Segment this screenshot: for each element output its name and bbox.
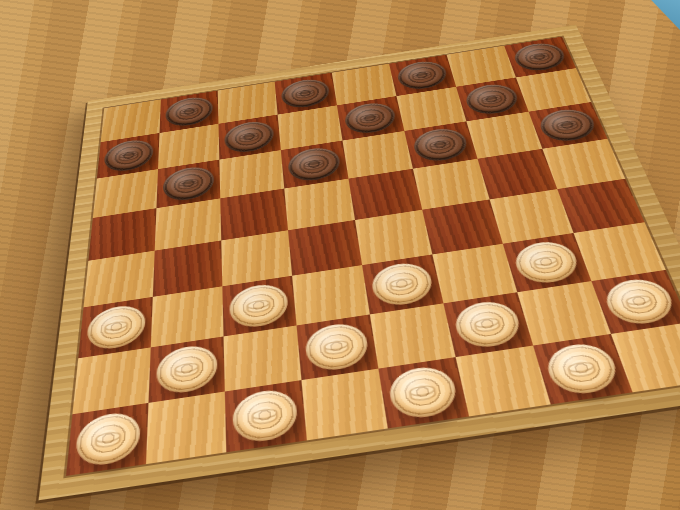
square-c8[interactable]: ⛀	[225, 380, 307, 452]
dark-man-glyph: ⛂	[552, 115, 582, 135]
light-man-glyph: ⛀	[173, 355, 201, 383]
checkers-photo-scene: ⛂⛂⛂⛂⛂⛂⛂⛂⛂⛂⛂⛂⛀⛀⛀⛀⛀⛀⛀⛀⛀⛀⛀⛀	[0, 0, 680, 510]
dark-man-glyph: ⛂	[177, 173, 200, 194]
square-b8	[146, 392, 226, 465]
piece-light-man[interactable]: ⛀	[232, 386, 299, 445]
piece-light-man[interactable]: ⛀	[229, 281, 290, 331]
light-man-glyph: ⛀	[406, 377, 440, 407]
light-man-glyph: ⛀	[529, 250, 563, 275]
piece-light-man[interactable]: ⛀	[386, 363, 460, 421]
piece-dark-man[interactable]: ⛂	[287, 145, 342, 184]
piece-light-man[interactable]: ⛀	[600, 275, 680, 327]
piece-dark-man[interactable]: ⛂	[395, 58, 450, 92]
light-man-glyph: ⛀	[387, 271, 417, 296]
piece-dark-man[interactable]: ⛂	[162, 164, 214, 204]
piece-dark-man[interactable]: ⛂	[224, 119, 275, 156]
piece-light-man[interactable]: ⛀	[510, 238, 583, 287]
square-d8	[301, 369, 387, 441]
piece-light-man[interactable]: ⛀	[451, 298, 525, 351]
dark-man-glyph: ⛂	[178, 103, 199, 121]
perspective-scene: ⛂⛂⛂⛂⛂⛂⛂⛂⛂⛂⛂⛂⛀⛀⛀⛀⛀⛀⛀⛀⛀⛀⛀⛀	[0, 0, 680, 510]
piece-dark-man[interactable]: ⛂	[411, 125, 471, 164]
piece-dark-man[interactable]: ⛂	[535, 106, 600, 144]
piece-light-man[interactable]: ⛀	[304, 320, 371, 374]
piece-dark-man[interactable]: ⛂	[165, 94, 213, 129]
piece-dark-man[interactable]: ⛂	[510, 40, 569, 73]
piece-light-man[interactable]: ⛀	[542, 340, 623, 398]
square-a8[interactable]: ⛀	[66, 403, 148, 476]
light-man-glyph: ⛀	[321, 333, 351, 361]
dark-man-glyph: ⛂	[301, 154, 326, 174]
dark-man-glyph: ⛂	[238, 127, 261, 146]
piece-dark-man[interactable]: ⛂	[343, 100, 398, 136]
light-man-glyph: ⛀	[245, 293, 272, 319]
light-man-glyph: ⛀	[621, 288, 658, 315]
light-man-glyph: ⛀	[250, 400, 280, 431]
piece-light-man[interactable]: ⛀	[369, 260, 436, 309]
board-grid: ⛂⛂⛂⛂⛂⛂⛂⛂⛂⛂⛂⛂⛀⛀⛀⛀⛀⛀⛀⛀⛀⛀⛀⛀	[66, 37, 680, 476]
dark-man-glyph: ⛂	[526, 48, 553, 65]
dark-man-glyph: ⛂	[409, 66, 434, 83]
light-man-glyph: ⛀	[470, 310, 504, 338]
piece-dark-man[interactable]: ⛂	[280, 76, 331, 110]
piece-dark-man[interactable]: ⛂	[462, 81, 521, 117]
light-man-glyph: ⛀	[563, 353, 601, 383]
dark-man-glyph: ⛂	[478, 90, 505, 109]
piece-dark-man[interactable]: ⛂	[103, 137, 154, 174]
dark-man-glyph: ⛂	[117, 146, 140, 165]
light-man-glyph: ⛀	[102, 314, 130, 340]
checkers-board: ⛂⛂⛂⛂⛂⛂⛂⛂⛂⛂⛂⛂⛀⛀⛀⛀⛀⛀⛀⛀⛀⛀⛀⛀	[39, 25, 680, 501]
piece-light-man[interactable]: ⛀	[156, 342, 218, 396]
dark-man-glyph: ⛂	[294, 85, 317, 103]
piece-light-man[interactable]: ⛀	[74, 409, 142, 469]
piece-light-man[interactable]: ⛀	[85, 302, 146, 352]
dark-man-glyph: ⛂	[427, 135, 455, 155]
square-e8[interactable]: ⛀	[378, 357, 469, 428]
dark-man-glyph: ⛂	[357, 109, 382, 128]
light-man-glyph: ⛀	[93, 423, 124, 454]
